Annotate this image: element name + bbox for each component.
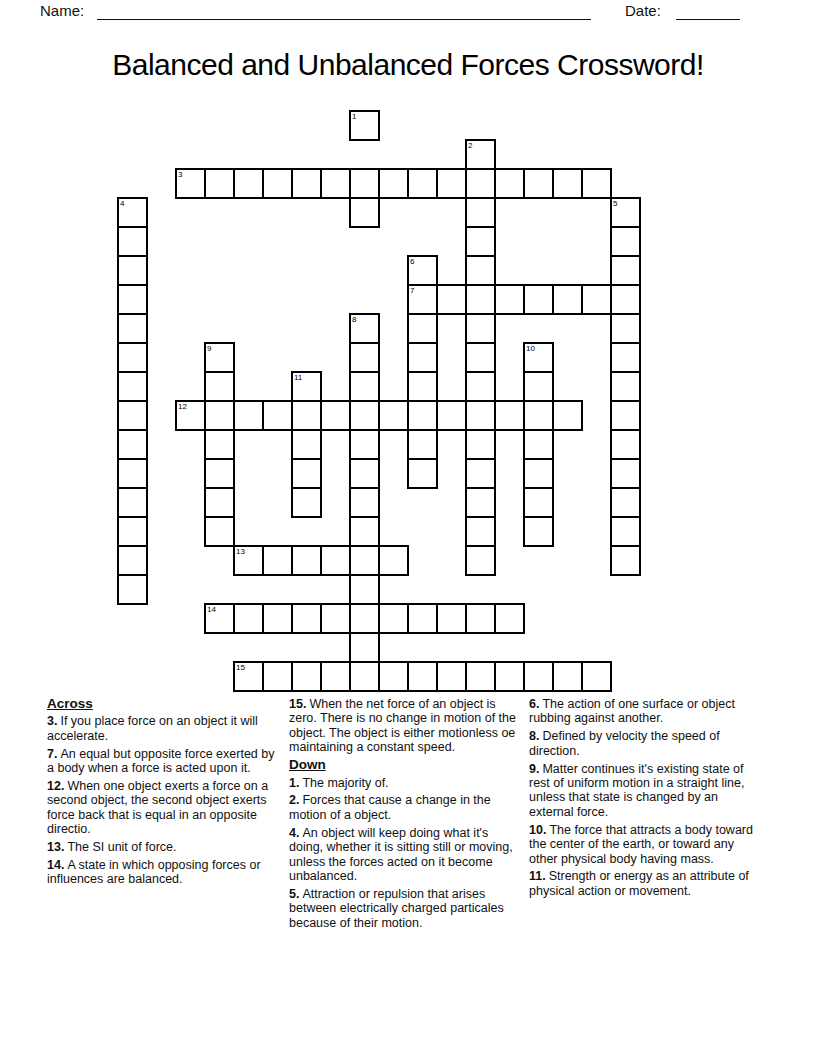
grid-cell[interactable] [465, 429, 496, 460]
grid-cell[interactable] [233, 603, 264, 634]
clue-down-8: 8.Defined by velocity the speed of direc… [529, 729, 763, 758]
clue-down-4: 4.An object will keep doing what it's do… [289, 826, 523, 884]
grid-cell[interactable] [436, 168, 467, 199]
grid-cell[interactable] [320, 400, 351, 431]
clue-across-14: 14.A state in which opposing forces or i… [47, 858, 281, 887]
grid-cell[interactable] [523, 487, 554, 518]
grid-cell[interactable]: 12 [175, 400, 206, 431]
grid-cell[interactable] [523, 168, 554, 199]
grid-cell[interactable] [610, 342, 641, 373]
clue-column-right: 6.The action of one surface or object ru… [529, 697, 763, 902]
grid-cell[interactable] [552, 400, 583, 431]
grid-cell[interactable] [349, 632, 380, 663]
grid-cell[interactable] [465, 313, 496, 344]
grid-cell[interactable] [320, 603, 351, 634]
grid-cell[interactable]: 11 [291, 371, 322, 402]
grid-cell[interactable] [117, 255, 148, 286]
name-blank-line[interactable] [97, 2, 591, 20]
grid-cell[interactable] [552, 168, 583, 199]
clue-number-label: 4. [289, 826, 299, 840]
clue-number: 1 [352, 112, 356, 121]
page-title: Balanced and Unbalanced Forces Crossword… [0, 48, 816, 82]
grid-cell[interactable] [610, 371, 641, 402]
grid-cell[interactable] [552, 661, 583, 692]
grid-cell[interactable] [494, 400, 525, 431]
grid-cell[interactable] [465, 516, 496, 547]
grid-cell[interactable] [610, 255, 641, 286]
clue-down-6: 6.The action of one surface or object ru… [529, 697, 763, 726]
grid-cell[interactable] [465, 342, 496, 373]
grid-cell[interactable] [610, 226, 641, 257]
grid-cell[interactable] [117, 429, 148, 460]
clue-text: Forces that cause a change in the motion… [289, 793, 491, 821]
grid-cell[interactable] [117, 371, 148, 402]
clue-across-15: 15.When the net force of an object is ze… [289, 697, 523, 755]
grid-cell[interactable]: 14 [204, 603, 235, 634]
clue-across-13: 13.The SI unit of force. [47, 840, 281, 854]
grid-cell[interactable] [465, 661, 496, 692]
grid-cell[interactable] [610, 487, 641, 518]
grid-cell[interactable] [407, 603, 438, 634]
grid-cell[interactable] [465, 226, 496, 257]
clue-number-label: 11. [529, 869, 546, 883]
grid-cell[interactable]: 5 [610, 197, 641, 228]
grid-cell[interactable] [407, 342, 438, 373]
grid-cell[interactable] [320, 545, 351, 576]
grid-cell[interactable] [117, 574, 148, 605]
grid-cell[interactable]: 2 [465, 139, 496, 170]
grid-cell[interactable] [291, 429, 322, 460]
clue-number: 4 [120, 199, 124, 208]
grid-cell[interactable] [349, 168, 380, 199]
grid-cell[interactable] [378, 400, 409, 431]
grid-cell[interactable] [117, 342, 148, 373]
grid-cell[interactable] [204, 516, 235, 547]
grid-cell[interactable] [610, 429, 641, 460]
clue-number: 10 [526, 344, 535, 353]
grid-cell[interactable] [262, 661, 293, 692]
grid-cell[interactable] [465, 168, 496, 199]
grid-cell[interactable] [117, 226, 148, 257]
clue-text: Matter continues it's existing state of … [529, 762, 744, 819]
clue-text: A state in which opposing forces or infl… [47, 858, 261, 886]
grid-cell[interactable] [320, 661, 351, 692]
grid-cell[interactable] [465, 603, 496, 634]
grid-cell[interactable] [378, 545, 409, 576]
down-heading: Down [289, 758, 523, 772]
grid-cell[interactable] [523, 661, 554, 692]
grid-cell[interactable] [523, 458, 554, 489]
grid-cell[interactable] [204, 168, 235, 199]
grid-cell[interactable] [407, 313, 438, 344]
clue-number: 14 [207, 605, 216, 614]
grid-cell[interactable] [523, 429, 554, 460]
grid-cell[interactable] [204, 487, 235, 518]
grid-cell[interactable] [233, 400, 264, 431]
clue-number-label: 9. [529, 762, 539, 776]
grid-cell[interactable] [349, 603, 380, 634]
grid-cell[interactable] [523, 516, 554, 547]
grid-cell[interactable] [436, 661, 467, 692]
clue-number-label: 3. [47, 714, 57, 728]
clue-number-label: 6. [529, 697, 539, 711]
grid-cell[interactable] [117, 313, 148, 344]
grid-cell[interactable] [465, 458, 496, 489]
grid-cell[interactable] [494, 284, 525, 315]
worksheet-page: Name: Date: Balanced and Unbalanced Forc… [0, 0, 816, 1056]
grid-cell[interactable] [291, 400, 322, 431]
grid-cell[interactable] [581, 661, 612, 692]
grid-cell[interactable] [349, 574, 380, 605]
grid-cell[interactable] [581, 284, 612, 315]
clue-text: An equal but opposite force exerted by a… [47, 747, 274, 775]
grid-cell[interactable] [291, 545, 322, 576]
grid-cell[interactable] [465, 255, 496, 286]
clue-number-label: 2. [289, 793, 299, 807]
grid-cell[interactable]: 9 [204, 342, 235, 373]
date-label: Date: [625, 2, 661, 19]
grid-cell[interactable]: 13 [233, 545, 264, 576]
grid-cell[interactable] [291, 661, 322, 692]
clue-number-label: 8. [529, 729, 539, 743]
grid-cell[interactable] [349, 197, 380, 228]
grid-cell[interactable] [349, 400, 380, 431]
clue-number: 3 [178, 170, 182, 179]
grid-cell[interactable] [436, 603, 467, 634]
date-blank-line[interactable] [676, 2, 740, 20]
grid-cell[interactable] [407, 400, 438, 431]
grid-cell[interactable] [436, 284, 467, 315]
grid-cell[interactable] [262, 545, 293, 576]
grid-cell[interactable]: 10 [523, 342, 554, 373]
clue-number: 7 [410, 286, 414, 295]
grid-cell[interactable] [262, 603, 293, 634]
grid-cell[interactable]: 3 [175, 168, 206, 199]
clue-number: 15 [236, 663, 245, 672]
name-label: Name: [40, 2, 84, 19]
grid-cell[interactable] [291, 487, 322, 518]
clue-number-label: 15. [289, 697, 306, 711]
clue-number-label: 12. [47, 779, 64, 793]
clue-text: If you place force on an object it will … [47, 714, 258, 742]
grid-cell[interactable]: 1 [349, 110, 380, 141]
grid-cell[interactable] [523, 284, 554, 315]
grid-cell[interactable] [378, 168, 409, 199]
grid-cell[interactable] [494, 661, 525, 692]
grid-cell[interactable] [320, 168, 351, 199]
grid-cell[interactable] [610, 400, 641, 431]
grid-cell[interactable] [378, 603, 409, 634]
grid-cell[interactable] [407, 458, 438, 489]
grid-cell[interactable] [349, 487, 380, 518]
clue-number: 12 [178, 402, 187, 411]
grid-cell[interactable] [349, 661, 380, 692]
grid-cell[interactable] [349, 458, 380, 489]
grid-cell[interactable] [465, 487, 496, 518]
grid-cell[interactable]: 6 [407, 255, 438, 286]
grid-cell[interactable] [262, 168, 293, 199]
grid-cell[interactable] [204, 371, 235, 402]
grid-cell[interactable] [407, 371, 438, 402]
grid-cell[interactable] [610, 516, 641, 547]
clue-down-1: 1.The majority of. [289, 776, 523, 790]
grid-cell[interactable] [552, 284, 583, 315]
grid-cell[interactable] [233, 168, 264, 199]
grid-cell[interactable] [117, 545, 148, 576]
clue-text: The force that attracts a body toward th… [529, 823, 753, 866]
grid-cell[interactable] [204, 458, 235, 489]
clue-text: When the net force of an object is zero.… [289, 697, 516, 754]
grid-cell[interactable] [610, 458, 641, 489]
grid-cell[interactable] [349, 342, 380, 373]
grid-cell[interactable] [465, 284, 496, 315]
grid-cell[interactable] [349, 429, 380, 460]
grid-cell[interactable] [465, 545, 496, 576]
clue-text: When one object exerts a force on a seco… [47, 779, 268, 836]
grid-cell[interactable] [204, 400, 235, 431]
grid-cell[interactable] [494, 168, 525, 199]
clue-across-3: 3.If you place force on an object it wil… [47, 714, 281, 743]
grid-cell[interactable] [523, 400, 554, 431]
grid-cell[interactable] [291, 458, 322, 489]
clue-down-9: 9.Matter continues it's existing state o… [529, 762, 763, 820]
grid-cell[interactable] [581, 168, 612, 199]
clue-text: Defined by velocity the speed of directi… [529, 729, 720, 757]
grid-cell[interactable] [465, 371, 496, 402]
grid-cell[interactable] [610, 284, 641, 315]
clue-across-7: 7.An equal but opposite force exerted by… [47, 747, 281, 776]
grid-cell[interactable] [204, 429, 235, 460]
grid-cell[interactable] [407, 168, 438, 199]
clue-down-10: 10.The force that attracts a body toward… [529, 823, 763, 866]
grid-cell[interactable] [291, 168, 322, 199]
clue-number-label: 14. [47, 858, 64, 872]
clue-text: The majority of. [302, 776, 388, 790]
grid-cell[interactable] [407, 429, 438, 460]
grid-cell[interactable] [465, 197, 496, 228]
clue-text: Attraction or repulsion that arises betw… [289, 887, 504, 930]
grid-cell[interactable] [494, 603, 525, 634]
clue-number: 9 [207, 344, 211, 353]
clue-text: The action of one surface or object rubb… [529, 697, 735, 725]
grid-cell[interactable] [117, 458, 148, 489]
clue-number-label: 1. [289, 776, 299, 790]
clue-text: The SI unit of force. [67, 840, 176, 854]
clue-column-left: Across 3.If you place force on an object… [47, 697, 281, 890]
across-heading: Across [47, 697, 281, 711]
grid-cell[interactable]: 15 [233, 661, 264, 692]
clue-number: 13 [236, 547, 245, 556]
grid-cell[interactable] [117, 400, 148, 431]
clue-down-11: 11.Strength or energy as an attribute of… [529, 869, 763, 898]
clue-down-5: 5.Attraction or repulsion that arises be… [289, 887, 523, 930]
crossword-grid: 123456789101112131415 [118, 111, 642, 693]
clue-number: 5 [613, 199, 617, 208]
grid-cell[interactable] [436, 400, 467, 431]
clue-number-label: 10. [529, 823, 546, 837]
clue-number: 6 [410, 257, 414, 266]
clue-column-middle: 15.When the net force of an object is ze… [289, 697, 523, 934]
grid-cell[interactable] [378, 661, 409, 692]
clue-across-12: 12.When one object exerts a force on a s… [47, 779, 281, 837]
grid-cell[interactable] [610, 313, 641, 344]
grid-cell[interactable] [349, 545, 380, 576]
grid-cell[interactable] [349, 516, 380, 547]
clue-number-label: 13. [47, 840, 64, 854]
grid-cell[interactable] [523, 371, 554, 402]
grid-cell[interactable] [465, 400, 496, 431]
clue-number-label: 5. [289, 887, 299, 901]
grid-cell[interactable]: 4 [117, 197, 148, 228]
grid-cell[interactable] [610, 545, 641, 576]
grid-cell[interactable] [407, 661, 438, 692]
clue-text: An object will keep doing what it's doin… [289, 826, 513, 883]
clue-number: 8 [352, 315, 356, 324]
grid-cell[interactable] [291, 603, 322, 634]
clue-number: 11 [294, 373, 302, 382]
grid-cell[interactable] [117, 284, 148, 315]
grid-cell[interactable] [262, 400, 293, 431]
clue-text: Strength or energy as an attribute of ph… [529, 869, 749, 897]
grid-cell[interactable] [117, 516, 148, 547]
clue-number-label: 7. [47, 747, 57, 761]
grid-cell[interactable]: 8 [349, 313, 380, 344]
clue-number: 2 [468, 141, 472, 150]
grid-cell[interactable] [117, 487, 148, 518]
clue-down-2: 2.Forces that cause a change in the moti… [289, 793, 523, 822]
grid-cell[interactable]: 7 [407, 284, 438, 315]
grid-cell[interactable] [349, 371, 380, 402]
